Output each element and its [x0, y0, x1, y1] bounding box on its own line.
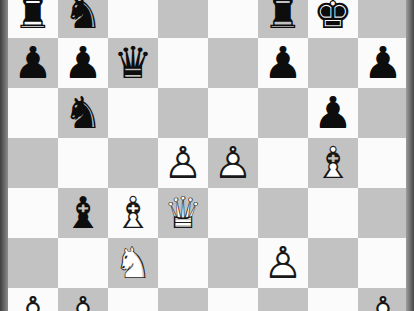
- square-c7[interactable]: ♛: [108, 38, 158, 88]
- piece-black-pawn: ♟: [308, 88, 358, 138]
- square-b2[interactable]: ♟♙: [58, 288, 108, 311]
- square-d8[interactable]: [158, 0, 208, 38]
- square-h3[interactable]: [358, 238, 408, 288]
- piece-black-knight: ♞: [58, 0, 108, 38]
- square-e3[interactable]: [208, 238, 258, 288]
- square-a8[interactable]: ♜: [8, 0, 58, 38]
- square-a7[interactable]: ♟: [8, 38, 58, 88]
- square-c3[interactable]: ♞♘: [108, 238, 158, 288]
- square-d3[interactable]: [158, 238, 208, 288]
- square-a2[interactable]: ♟♙: [8, 288, 58, 311]
- piece-outline-layer: ♙: [158, 138, 208, 188]
- piece-black-rook: ♜: [8, 0, 58, 38]
- square-f6[interactable]: [258, 88, 308, 138]
- square-f2[interactable]: [258, 288, 308, 311]
- square-f5[interactable]: [258, 138, 308, 188]
- square-c6[interactable]: [108, 88, 158, 138]
- square-d6[interactable]: [158, 88, 208, 138]
- square-g5[interactable]: ♝♗: [308, 138, 358, 188]
- piece-outline-layer: ♙: [208, 138, 258, 188]
- square-g4[interactable]: [308, 188, 358, 238]
- square-f7[interactable]: ♟: [258, 38, 308, 88]
- square-a6[interactable]: [8, 88, 58, 138]
- piece-outline-layer: ♙: [358, 288, 408, 311]
- square-h4[interactable]: [358, 188, 408, 238]
- square-e7[interactable]: [208, 38, 258, 88]
- piece-white-bishop: ♝♗: [308, 138, 358, 188]
- square-a3[interactable]: [8, 238, 58, 288]
- piece-glyph: ♟: [308, 88, 358, 138]
- piece-black-bishop: ♝: [58, 188, 108, 238]
- chess-diagram-screenshot: ♜♞♜♚♟♟♛♟♟♞♟♟♙♟♙♝♗♝♝♗♛♕♞♘♟♙♟♙♟♙♟♙: [0, 0, 414, 311]
- piece-glyph: ♚: [308, 0, 358, 38]
- piece-black-pawn: ♟: [258, 38, 308, 88]
- piece-glyph: ♟: [358, 38, 408, 88]
- square-c5[interactable]: [108, 138, 158, 188]
- piece-white-knight: ♞♘: [108, 238, 158, 288]
- chess-board: ♜♞♜♚♟♟♛♟♟♞♟♟♙♟♙♝♗♝♝♗♛♕♞♘♟♙♟♙♟♙♟♙: [8, 0, 408, 311]
- square-h7[interactable]: ♟: [358, 38, 408, 88]
- square-g7[interactable]: [308, 38, 358, 88]
- square-h6[interactable]: [358, 88, 408, 138]
- square-f8[interactable]: ♜: [258, 0, 308, 38]
- piece-black-rook: ♜: [258, 0, 308, 38]
- square-e5[interactable]: ♟♙: [208, 138, 258, 188]
- piece-glyph: ♟: [58, 38, 108, 88]
- square-h5[interactable]: [358, 138, 408, 188]
- square-b8[interactable]: ♞: [58, 0, 108, 38]
- piece-glyph: ♞: [58, 0, 108, 38]
- piece-white-pawn: ♟♙: [258, 238, 308, 288]
- square-b7[interactable]: ♟: [58, 38, 108, 88]
- piece-white-pawn: ♟♙: [8, 288, 58, 311]
- piece-outline-layer: ♕: [158, 188, 208, 238]
- piece-glyph: ♜: [258, 0, 308, 38]
- piece-glyph: ♟: [8, 38, 58, 88]
- square-e4[interactable]: [208, 188, 258, 238]
- piece-outline-layer: ♙: [258, 238, 308, 288]
- square-g2[interactable]: [308, 288, 358, 311]
- piece-white-bishop: ♝♗: [108, 188, 158, 238]
- piece-outline-layer: ♗: [108, 188, 158, 238]
- piece-outline-layer: ♙: [8, 288, 58, 311]
- square-b5[interactable]: [58, 138, 108, 188]
- piece-glyph: ♝: [58, 188, 108, 238]
- square-g3[interactable]: [308, 238, 358, 288]
- piece-white-pawn: ♟♙: [358, 288, 408, 311]
- square-c2[interactable]: [108, 288, 158, 311]
- board-frame-left: [0, 0, 8, 311]
- piece-white-queen: ♛♕: [158, 188, 208, 238]
- piece-white-pawn: ♟♙: [208, 138, 258, 188]
- square-e6[interactable]: [208, 88, 258, 138]
- square-e2[interactable]: [208, 288, 258, 311]
- piece-black-king: ♚: [308, 0, 358, 38]
- square-h2[interactable]: ♟♙: [358, 288, 408, 311]
- piece-glyph: ♞: [58, 88, 108, 138]
- square-d7[interactable]: [158, 38, 208, 88]
- square-b4[interactable]: ♝: [58, 188, 108, 238]
- square-f4[interactable]: [258, 188, 308, 238]
- square-d4[interactable]: ♛♕: [158, 188, 208, 238]
- piece-outline-layer: ♘: [108, 238, 158, 288]
- piece-black-pawn: ♟: [358, 38, 408, 88]
- square-a5[interactable]: [8, 138, 58, 188]
- square-f3[interactable]: ♟♙: [258, 238, 308, 288]
- piece-black-queen: ♛: [108, 38, 158, 88]
- piece-white-pawn: ♟♙: [158, 138, 208, 188]
- piece-glyph: ♜: [8, 0, 58, 38]
- square-d5[interactable]: ♟♙: [158, 138, 208, 188]
- square-d2[interactable]: [158, 288, 208, 311]
- piece-black-knight: ♞: [58, 88, 108, 138]
- piece-glyph: ♛: [108, 38, 158, 88]
- board-frame-right: [406, 0, 414, 311]
- square-a4[interactable]: [8, 188, 58, 238]
- piece-white-pawn: ♟♙: [58, 288, 108, 311]
- square-h8[interactable]: [358, 0, 408, 38]
- square-c8[interactable]: [108, 0, 158, 38]
- square-c4[interactable]: ♝♗: [108, 188, 158, 238]
- square-g8[interactable]: ♚: [308, 0, 358, 38]
- piece-glyph: ♟: [258, 38, 308, 88]
- piece-outline-layer: ♗: [308, 138, 358, 188]
- piece-black-pawn: ♟: [58, 38, 108, 88]
- piece-black-pawn: ♟: [8, 38, 58, 88]
- square-b6[interactable]: ♞: [58, 88, 108, 138]
- square-b3[interactable]: [58, 238, 108, 288]
- square-g6[interactable]: ♟: [308, 88, 358, 138]
- square-e8[interactable]: [208, 0, 258, 38]
- piece-outline-layer: ♙: [58, 288, 108, 311]
